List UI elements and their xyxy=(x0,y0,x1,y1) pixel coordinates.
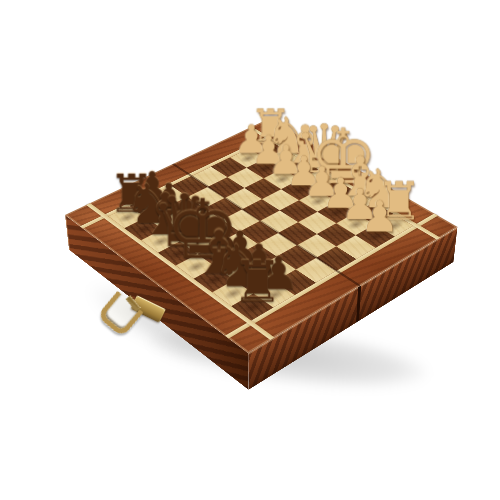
fold-seam-notch xyxy=(356,285,361,323)
product-photo-background: ♜♟♟♜♞♟♟♞♝♟♟♝♛♟♟♛♚♟♟♚♝♟♟♝♞♟♟♞♜♟♟♜ xyxy=(0,0,500,500)
piece-white-pawn[interactable]: ♟ xyxy=(343,195,414,238)
side-edge-highlight xyxy=(65,215,70,251)
piece-black-rook[interactable]: ♜ xyxy=(218,253,295,310)
